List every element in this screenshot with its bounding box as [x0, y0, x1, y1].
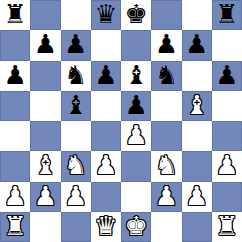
black-pawn-icon[interactable]: ♟: [124, 92, 147, 118]
square-b1[interactable]: [30, 212, 60, 242]
chess-board-wrapper: ♜♛♚♜♟♟♟♟♟♞♟♝♞♟♝♟♝♟♝♞♟♞♟♟♟♟♟♟♜♛♚♜: [0, 0, 242, 242]
black-pawn-icon[interactable]: ♟: [34, 31, 57, 57]
square-c2[interactable]: ♟: [61, 182, 91, 212]
white-pawn-icon[interactable]: ♟: [155, 183, 178, 209]
white-pawn-icon[interactable]: ♟: [185, 183, 208, 209]
square-f7[interactable]: ♟: [151, 30, 181, 60]
white-knight-icon[interactable]: ♞: [64, 152, 87, 178]
square-h4[interactable]: [212, 121, 242, 151]
square-b2[interactable]: ♟: [30, 182, 60, 212]
square-a7[interactable]: [0, 30, 30, 60]
square-f8[interactable]: [151, 0, 181, 30]
square-e4[interactable]: ♟: [121, 121, 151, 151]
square-c7[interactable]: ♟: [61, 30, 91, 60]
square-e7[interactable]: [121, 30, 151, 60]
square-b4[interactable]: [30, 121, 60, 151]
white-bishop-icon[interactable]: ♝: [34, 152, 57, 178]
chess-board: ♜♛♚♜♟♟♟♟♟♞♟♝♞♟♝♟♝♟♝♞♟♞♟♟♟♟♟♟♜♛♚♜: [0, 0, 242, 242]
square-c8[interactable]: [61, 0, 91, 30]
square-d3[interactable]: ♟: [91, 151, 121, 181]
square-g5[interactable]: ♝: [182, 91, 212, 121]
square-f4[interactable]: [151, 121, 181, 151]
square-h2[interactable]: [212, 182, 242, 212]
white-pawn-icon[interactable]: ♟: [94, 152, 117, 178]
white-king-icon[interactable]: ♚: [124, 213, 147, 239]
white-queen-icon[interactable]: ♛: [94, 213, 117, 239]
square-b3[interactable]: ♝: [30, 151, 60, 181]
black-knight-icon[interactable]: ♞: [155, 62, 178, 88]
black-bishop-icon[interactable]: ♝: [64, 92, 87, 118]
black-pawn-icon[interactable]: ♟: [94, 62, 117, 88]
square-h3[interactable]: ♟: [212, 151, 242, 181]
black-rook-icon[interactable]: ♜: [3, 1, 26, 27]
black-pawn-icon[interactable]: ♟: [215, 62, 238, 88]
square-e5[interactable]: ♟: [121, 91, 151, 121]
square-h6[interactable]: ♟: [212, 61, 242, 91]
square-d6[interactable]: ♟: [91, 61, 121, 91]
white-pawn-icon[interactable]: ♟: [215, 152, 238, 178]
square-a1[interactable]: ♜: [0, 212, 30, 242]
white-pawn-icon[interactable]: ♟: [64, 183, 87, 209]
black-pawn-icon[interactable]: ♟: [185, 31, 208, 57]
square-d2[interactable]: [91, 182, 121, 212]
square-g4[interactable]: [182, 121, 212, 151]
square-h7[interactable]: [212, 30, 242, 60]
black-pawn-icon[interactable]: ♟: [155, 31, 178, 57]
square-e8[interactable]: ♚: [121, 0, 151, 30]
square-a6[interactable]: ♟: [0, 61, 30, 91]
square-a2[interactable]: ♟: [0, 182, 30, 212]
square-f6[interactable]: ♞: [151, 61, 181, 91]
square-b5[interactable]: [30, 91, 60, 121]
square-d1[interactable]: ♛: [91, 212, 121, 242]
black-king-icon[interactable]: ♚: [124, 1, 147, 27]
square-e2[interactable]: [121, 182, 151, 212]
square-f2[interactable]: ♟: [151, 182, 181, 212]
white-rook-icon[interactable]: ♜: [215, 213, 238, 239]
square-e3[interactable]: [121, 151, 151, 181]
white-pawn-icon[interactable]: ♟: [124, 122, 147, 148]
square-a4[interactable]: [0, 121, 30, 151]
square-f1[interactable]: [151, 212, 181, 242]
square-f5[interactable]: [151, 91, 181, 121]
square-e6[interactable]: ♝: [121, 61, 151, 91]
square-b7[interactable]: ♟: [30, 30, 60, 60]
black-knight-icon[interactable]: ♞: [64, 62, 87, 88]
white-pawn-icon[interactable]: ♟: [3, 183, 26, 209]
square-c1[interactable]: [61, 212, 91, 242]
square-e1[interactable]: ♚: [121, 212, 151, 242]
square-h1[interactable]: ♜: [212, 212, 242, 242]
square-c6[interactable]: ♞: [61, 61, 91, 91]
square-d5[interactable]: [91, 91, 121, 121]
black-queen-icon[interactable]: ♛: [94, 1, 117, 27]
black-pawn-icon[interactable]: ♟: [64, 31, 87, 57]
square-h5[interactable]: [212, 91, 242, 121]
black-bishop-icon[interactable]: ♝: [124, 62, 147, 88]
square-d7[interactable]: [91, 30, 121, 60]
square-d8[interactable]: ♛: [91, 0, 121, 30]
square-g2[interactable]: ♟: [182, 182, 212, 212]
square-c4[interactable]: [61, 121, 91, 151]
square-g7[interactable]: ♟: [182, 30, 212, 60]
square-g6[interactable]: [182, 61, 212, 91]
square-a5[interactable]: [0, 91, 30, 121]
white-bishop-icon[interactable]: ♝: [185, 92, 208, 118]
square-c3[interactable]: ♞: [61, 151, 91, 181]
white-pawn-icon[interactable]: ♟: [34, 183, 57, 209]
white-rook-icon[interactable]: ♜: [3, 213, 26, 239]
square-a3[interactable]: [0, 151, 30, 181]
black-pawn-icon[interactable]: ♟: [3, 62, 26, 88]
square-g3[interactable]: [182, 151, 212, 181]
square-a8[interactable]: ♜: [0, 0, 30, 30]
square-h8[interactable]: ♜: [212, 0, 242, 30]
square-g1[interactable]: [182, 212, 212, 242]
white-knight-icon[interactable]: ♞: [155, 152, 178, 178]
square-g8[interactable]: [182, 0, 212, 30]
square-f3[interactable]: ♞: [151, 151, 181, 181]
square-b6[interactable]: [30, 61, 60, 91]
square-b8[interactable]: [30, 0, 60, 30]
square-c5[interactable]: ♝: [61, 91, 91, 121]
black-rook-icon[interactable]: ♜: [215, 1, 238, 27]
square-d4[interactable]: [91, 121, 121, 151]
